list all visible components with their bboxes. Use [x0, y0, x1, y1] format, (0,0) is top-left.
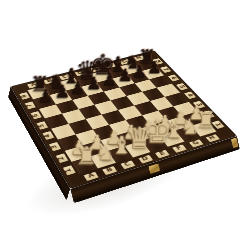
- file-label-c-near: C: [120, 160, 135, 169]
- rank-label-7-left: 7: [24, 102, 35, 110]
- file-label-b-near: B: [102, 166, 117, 175]
- rank-label-1-left: 1: [62, 165, 75, 175]
- scene: ♜♞♝♛♚♝♞♜♟♟♟♟♟♟♟♟♟♟♟♟♟♟♟♟♜♞♝♛♚♝♞♜ AABBCCD…: [0, 0, 250, 250]
- rank-label-4-left: 4: [42, 131, 54, 140]
- file-label-a-near: A: [84, 171, 99, 180]
- piece-white-rook[interactable]: ♜: [76, 145, 98, 168]
- file-label-d-near: D: [138, 155, 153, 164]
- piece-black-pawn[interactable]: ♟: [38, 87, 54, 104]
- file-label-e-near: E: [155, 149, 170, 157]
- piece-black-pawn[interactable]: ♟: [71, 79, 87, 96]
- brass-clasp: [148, 163, 160, 174]
- rank-label-2-left: 2: [55, 153, 68, 163]
- piece-black-pawn[interactable]: ♟: [132, 63, 147, 79]
- file-label-g-near: G: [189, 139, 204, 147]
- piece-black-pawn[interactable]: ♟: [54, 83, 70, 100]
- rank-label-3-left: 3: [48, 142, 60, 151]
- piece-black-pawn[interactable]: ♟: [117, 67, 132, 83]
- rank-label-5-left: 5: [36, 121, 48, 130]
- file-label-f-near: F: [172, 144, 187, 152]
- brass-hinge: [231, 137, 238, 148]
- piece-black-pawn[interactable]: ♟: [86, 75, 102, 91]
- file-label-h-near: H: [205, 134, 219, 142]
- rank-label-8-left: 8: [19, 92, 30, 100]
- piece-black-pawn[interactable]: ♟: [102, 71, 117, 87]
- square-a1[interactable]: ♜: [72, 157, 98, 175]
- rank-label-6-left: 6: [30, 111, 41, 119]
